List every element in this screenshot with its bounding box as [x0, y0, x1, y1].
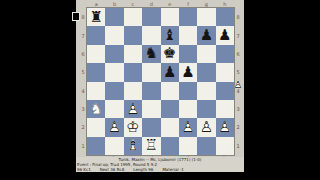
square-d3[interactable]: [142, 100, 160, 118]
square-c8[interactable]: [124, 8, 142, 26]
white-pawn[interactable]: ♟♙: [216, 118, 234, 136]
pawn-outline-glyph: ♙: [233, 79, 243, 90]
square-g5[interactable]: [197, 63, 215, 81]
rank-label-1: 1: [80, 137, 86, 155]
square-c7[interactable]: [124, 26, 142, 44]
square-f6[interactable]: [179, 45, 197, 63]
file-label-c: c: [124, 1, 142, 7]
square-c4[interactable]: [124, 82, 142, 100]
file-label-g: g: [197, 1, 215, 7]
square-h5[interactable]: [216, 63, 234, 81]
chess-board: ♜♝♟♟♞♚♟♟♞♘♟♙♟♙♚♔♟♙♟♙♟♙♝♗♜♖: [87, 8, 234, 155]
black-pawn[interactable]: ♟: [216, 26, 234, 44]
square-e6[interactable]: ♚: [161, 45, 179, 63]
square-a3[interactable]: ♞♘: [87, 100, 105, 118]
material-white-pawn-icon: ♟ ♙: [233, 79, 243, 90]
square-f5[interactable]: ♟: [179, 63, 197, 81]
square-c2[interactable]: ♚♔: [124, 118, 142, 136]
square-f7[interactable]: [179, 26, 197, 44]
white-king[interactable]: ♚♔: [124, 118, 142, 136]
square-a5[interactable]: [87, 63, 105, 81]
square-f1[interactable]: [179, 137, 197, 155]
move-status: 96 Kc1: [77, 167, 91, 172]
rank-label-5: 5: [80, 63, 86, 81]
video-frame: { "game": "chess", "position": { "fen": …: [0, 0, 320, 180]
square-d7[interactable]: [142, 26, 160, 44]
game-info-bar: Tunik, Maxim -- Mc, Ljubomir (1771) (1-0…: [76, 157, 244, 172]
square-e5[interactable]: ♟: [161, 63, 179, 81]
rank-label-2: 2: [80, 118, 86, 136]
black-rook[interactable]: ♜: [87, 8, 105, 26]
square-e8[interactable]: [161, 8, 179, 26]
rank-label-2: 2: [235, 118, 241, 136]
square-a7[interactable]: [87, 26, 105, 44]
rank-label-6: 6: [80, 45, 86, 63]
square-e4[interactable]: [161, 82, 179, 100]
square-g4[interactable]: [197, 82, 215, 100]
white-pawn[interactable]: ♟♙: [124, 100, 142, 118]
square-c3[interactable]: ♟♙: [124, 100, 142, 118]
file-label-b: b: [105, 1, 123, 7]
rank-label-8: 8: [80, 8, 86, 26]
material-status: Material -1: [162, 167, 184, 172]
square-h8[interactable]: [216, 8, 234, 26]
rank-label-6: 6: [235, 45, 241, 63]
square-e2[interactable]: [161, 118, 179, 136]
square-g8[interactable]: [197, 8, 215, 26]
square-a1[interactable]: [87, 137, 105, 155]
file-label-d: d: [142, 1, 160, 7]
square-c6[interactable]: [124, 45, 142, 63]
square-b2[interactable]: ♟♙: [105, 118, 123, 136]
chess-gui-panel: abcdefgh abcdefgh 87654321 87654321 ♜♝♟♟…: [76, 0, 244, 172]
rank-label-7: 7: [80, 26, 86, 44]
square-b3[interactable]: [105, 100, 123, 118]
rank-label-4: 4: [80, 82, 86, 100]
square-h3[interactable]: [216, 100, 234, 118]
black-bishop[interactable]: ♝: [161, 26, 179, 44]
square-b7[interactable]: [105, 26, 123, 44]
square-a8[interactable]: ♜: [87, 8, 105, 26]
black-pawn[interactable]: ♟: [197, 26, 215, 44]
rank-label-8: 8: [235, 8, 241, 26]
black-knight[interactable]: ♞: [142, 45, 160, 63]
square-a2[interactable]: [87, 118, 105, 136]
square-d6[interactable]: ♞: [142, 45, 160, 63]
square-g2[interactable]: ♟♙: [197, 118, 215, 136]
rank-label-3: 3: [80, 100, 86, 118]
square-g1[interactable]: [197, 137, 215, 155]
square-e7[interactable]: ♝: [161, 26, 179, 44]
square-f2[interactable]: ♟♙: [179, 118, 197, 136]
white-pawn[interactable]: ♟♙: [197, 118, 215, 136]
square-b4[interactable]: [105, 82, 123, 100]
square-c1[interactable]: ♝♗: [124, 137, 142, 155]
black-king[interactable]: ♚: [161, 45, 179, 63]
square-g6[interactable]: [197, 45, 215, 63]
square-b6[interactable]: [105, 45, 123, 63]
square-c5[interactable]: [124, 63, 142, 81]
black-pawn[interactable]: ♟: [161, 63, 179, 81]
square-f4[interactable]: [179, 82, 197, 100]
square-h4[interactable]: [216, 82, 234, 100]
square-e1[interactable]: [161, 137, 179, 155]
white-pawn[interactable]: ♟♙: [105, 118, 123, 136]
length-status: Length 96: [133, 167, 153, 172]
file-label-f: f: [179, 1, 197, 7]
file-label-h: h: [216, 1, 234, 7]
square-h2[interactable]: ♟♙: [216, 118, 234, 136]
square-f8[interactable]: [179, 8, 197, 26]
black-to-move-indicator: [72, 12, 80, 21]
file-label-a: a: [87, 1, 105, 7]
next-move-status: Next 36 Rc8: [100, 167, 124, 172]
white-knight[interactable]: ♞♘: [87, 100, 105, 118]
square-h7[interactable]: ♟: [216, 26, 234, 44]
square-g3[interactable]: [197, 100, 215, 118]
square-d8[interactable]: [142, 8, 160, 26]
white-pawn[interactable]: ♟♙: [179, 118, 197, 136]
file-label-e: e: [161, 1, 179, 7]
square-d1[interactable]: ♜♖: [142, 137, 160, 155]
file-labels-top: abcdefgh: [87, 1, 234, 7]
white-rook[interactable]: ♜♖: [142, 137, 160, 155]
square-f3[interactable]: [179, 100, 197, 118]
square-a6[interactable]: [87, 45, 105, 63]
square-b5[interactable]: [105, 63, 123, 81]
rank-label-7: 7: [235, 26, 241, 44]
rank-label-1: 1: [235, 137, 241, 155]
square-e3[interactable]: [161, 100, 179, 118]
square-h6[interactable]: [216, 45, 234, 63]
square-d4[interactable]: [142, 82, 160, 100]
square-g7[interactable]: ♟: [197, 26, 215, 44]
square-h1[interactable]: [216, 137, 234, 155]
white-bishop[interactable]: ♝♗: [124, 137, 142, 155]
square-a4[interactable]: [87, 82, 105, 100]
square-d2[interactable]: [142, 118, 160, 136]
black-pawn[interactable]: ♟: [179, 63, 197, 81]
square-d5[interactable]: [142, 63, 160, 81]
rank-label-3: 3: [235, 100, 241, 118]
status-line: 96 Kc1 Next 36 Rc8 Length 96 Material -1: [76, 167, 244, 172]
square-b8[interactable]: [105, 8, 123, 26]
rank-labels-left: 87654321: [80, 8, 86, 155]
square-b1[interactable]: [105, 137, 123, 155]
